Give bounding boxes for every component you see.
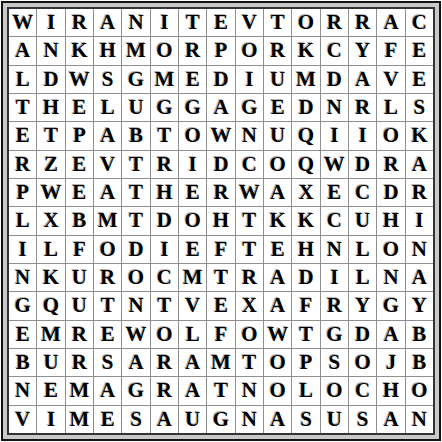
cell-r13c8[interactable]: M — [207, 349, 234, 376]
cell-r12c9[interactable]: O — [236, 321, 263, 348]
cell-r2c13[interactable]: Y — [349, 37, 376, 64]
cell-r5c8[interactable]: W — [207, 122, 234, 149]
cell-r9c11[interactable]: H — [292, 236, 319, 263]
cell-r1c6[interactable]: I — [151, 9, 178, 36]
cell-r10c5[interactable]: O — [122, 264, 149, 291]
cell-r7c1[interactable]: P — [9, 179, 36, 206]
cell-r3c11[interactable]: M — [292, 66, 319, 93]
cell-r4c8[interactable]: A — [207, 94, 234, 121]
cell-r7c2[interactable]: W — [37, 179, 64, 206]
cell-r11c12[interactable]: R — [321, 292, 348, 319]
cell-r10c9[interactable]: R — [236, 264, 263, 291]
cell-r9c15[interactable]: N — [406, 236, 433, 263]
cell-r6c10[interactable]: O — [264, 151, 291, 178]
cell-r10c7[interactable]: M — [179, 264, 206, 291]
cell-r7c7[interactable]: E — [179, 179, 206, 206]
cell-r2c12[interactable]: C — [321, 37, 348, 64]
cell-r6c15[interactable]: A — [406, 151, 433, 178]
cell-r6c11[interactable]: Q — [292, 151, 319, 178]
cell-r3c10[interactable]: U — [264, 66, 291, 93]
cell-r4c9[interactable]: G — [236, 94, 263, 121]
cell-r7c11[interactable]: X — [292, 179, 319, 206]
cell-r8c10[interactable]: K — [264, 207, 291, 234]
cell-r6c4[interactable]: V — [94, 151, 121, 178]
cell-r14c8[interactable]: T — [207, 377, 234, 404]
cell-r11c1[interactable]: G — [9, 292, 36, 319]
cell-r11c3[interactable]: U — [66, 292, 93, 319]
cell-r9c4[interactable]: O — [94, 236, 121, 263]
cell-r3c1[interactable]: L — [9, 66, 36, 93]
cell-r4c4[interactable]: L — [94, 94, 121, 121]
cell-r6c12[interactable]: W — [321, 151, 348, 178]
cell-r12c12[interactable]: G — [321, 321, 348, 348]
cell-r10c10[interactable]: A — [264, 264, 291, 291]
cell-r11c11[interactable]: F — [292, 292, 319, 319]
cell-r8c13[interactable]: U — [349, 207, 376, 234]
cell-r10c11[interactable]: D — [292, 264, 319, 291]
cell-r3c9[interactable]: I — [236, 66, 263, 93]
cell-r6c3[interactable]: E — [66, 151, 93, 178]
cell-r12c5[interactable]: W — [122, 321, 149, 348]
cell-r13c15[interactable]: B — [406, 349, 433, 376]
cell-r3c4[interactable]: S — [94, 66, 121, 93]
cell-r11c4[interactable]: T — [94, 292, 121, 319]
cell-r9c14[interactable]: O — [377, 236, 404, 263]
cell-r8c2[interactable]: X — [37, 207, 64, 234]
cell-r12c10[interactable]: W — [264, 321, 291, 348]
cell-r3c13[interactable]: A — [349, 66, 376, 93]
cell-r8c14[interactable]: H — [377, 207, 404, 234]
cell-r11c5[interactable]: N — [122, 292, 149, 319]
cell-r13c14[interactable]: J — [377, 349, 404, 376]
cell-r3c7[interactable]: E — [179, 66, 206, 93]
cell-r5c12[interactable]: I — [321, 122, 348, 149]
cell-r8c7[interactable]: O — [179, 207, 206, 234]
cell-r1c1[interactable]: W — [9, 9, 36, 36]
cell-r11c8[interactable]: E — [207, 292, 234, 319]
cell-r6c8[interactable]: D — [207, 151, 234, 178]
cell-r1c14[interactable]: A — [377, 9, 404, 36]
cell-r10c4[interactable]: R — [94, 264, 121, 291]
cell-r15c10[interactable]: A — [264, 406, 291, 433]
cell-r15c6[interactable]: A — [151, 406, 178, 433]
cell-r14c13[interactable]: C — [349, 377, 376, 404]
cell-r13c4[interactable]: S — [94, 349, 121, 376]
cell-r1c7[interactable]: T — [179, 9, 206, 36]
cell-r4c15[interactable]: S — [406, 94, 433, 121]
cell-r4c3[interactable]: E — [66, 94, 93, 121]
cell-r14c6[interactable]: R — [151, 377, 178, 404]
cell-r14c15[interactable]: O — [406, 377, 433, 404]
cell-r13c11[interactable]: P — [292, 349, 319, 376]
cell-r9c6[interactable]: I — [151, 236, 178, 263]
cell-r1c15[interactable]: C — [406, 9, 433, 36]
cell-r1c9[interactable]: V — [236, 9, 263, 36]
cell-r12c2[interactable]: M — [37, 321, 64, 348]
cell-r10c8[interactable]: T — [207, 264, 234, 291]
cell-r15c12[interactable]: U — [321, 406, 348, 433]
cell-r14c7[interactable]: A — [179, 377, 206, 404]
cell-r8c12[interactable]: C — [321, 207, 348, 234]
cell-r8c4[interactable]: M — [94, 207, 121, 234]
cell-r2c6[interactable]: O — [151, 37, 178, 64]
cell-r11c9[interactable]: X — [236, 292, 263, 319]
cell-r13c5[interactable]: A — [122, 349, 149, 376]
cell-r9c10[interactable]: E — [264, 236, 291, 263]
cell-r15c4[interactable]: E — [94, 406, 121, 433]
cell-r5c4[interactable]: A — [94, 122, 121, 149]
cell-r6c9[interactable]: C — [236, 151, 263, 178]
cell-r6c14[interactable]: R — [377, 151, 404, 178]
cell-r3c6[interactable]: M — [151, 66, 178, 93]
cell-r9c12[interactable]: N — [321, 236, 348, 263]
cell-r7c15[interactable]: R — [406, 179, 433, 206]
cell-r7c3[interactable]: E — [66, 179, 93, 206]
cell-r13c3[interactable]: R — [66, 349, 93, 376]
cell-r5c10[interactable]: U — [264, 122, 291, 149]
cell-r12c13[interactable]: D — [349, 321, 376, 348]
cell-r9c3[interactable]: F — [66, 236, 93, 263]
cell-r8c5[interactable]: T — [122, 207, 149, 234]
cell-r10c6[interactable]: C — [151, 264, 178, 291]
cell-r5c13[interactable]: I — [349, 122, 376, 149]
cell-r15c8[interactable]: G — [207, 406, 234, 433]
cell-r13c6[interactable]: R — [151, 349, 178, 376]
cell-r1c8[interactable]: E — [207, 9, 234, 36]
cell-r14c1[interactable]: N — [9, 377, 36, 404]
cell-r2c3[interactable]: K — [66, 37, 93, 64]
cell-r2c7[interactable]: R — [179, 37, 206, 64]
cell-r14c11[interactable]: L — [292, 377, 319, 404]
cell-r8c8[interactable]: H — [207, 207, 234, 234]
cell-r2c2[interactable]: N — [37, 37, 64, 64]
cell-r10c14[interactable]: N — [377, 264, 404, 291]
cell-r3c12[interactable]: D — [321, 66, 348, 93]
cell-r2c14[interactable]: F — [377, 37, 404, 64]
cell-r12c15[interactable]: B — [406, 321, 433, 348]
cell-r5c3[interactable]: P — [66, 122, 93, 149]
cell-r1c4[interactable]: A — [94, 9, 121, 36]
cell-r14c4[interactable]: A — [94, 377, 121, 404]
cell-r13c7[interactable]: A — [179, 349, 206, 376]
cell-r5c11[interactable]: Q — [292, 122, 319, 149]
cell-r5c9[interactable]: N — [236, 122, 263, 149]
cell-r7c9[interactable]: W — [236, 179, 263, 206]
cell-r8c3[interactable]: B — [66, 207, 93, 234]
cell-r3c5[interactable]: G — [122, 66, 149, 93]
cell-r13c10[interactable]: O — [264, 349, 291, 376]
cell-r5c5[interactable]: B — [122, 122, 149, 149]
cell-r15c3[interactable]: M — [66, 406, 93, 433]
cell-r9c7[interactable]: E — [179, 236, 206, 263]
cell-r12c6[interactable]: O — [151, 321, 178, 348]
cell-r12c4[interactable]: E — [94, 321, 121, 348]
cell-r5c6[interactable]: T — [151, 122, 178, 149]
cell-r4c10[interactable]: E — [264, 94, 291, 121]
cell-r3c15[interactable]: E — [406, 66, 433, 93]
cell-r6c13[interactable]: D — [349, 151, 376, 178]
cell-r13c9[interactable]: T — [236, 349, 263, 376]
cell-r15c11[interactable]: S — [292, 406, 319, 433]
cell-r10c12[interactable]: I — [321, 264, 348, 291]
cell-r9c2[interactable]: L — [37, 236, 64, 263]
cell-r10c3[interactable]: U — [66, 264, 93, 291]
cell-r12c1[interactable]: E — [9, 321, 36, 348]
cell-r15c5[interactable]: S — [122, 406, 149, 433]
cell-r13c12[interactable]: S — [321, 349, 348, 376]
cell-r14c3[interactable]: M — [66, 377, 93, 404]
cell-r1c10[interactable]: T — [264, 9, 291, 36]
cell-r11c6[interactable]: T — [151, 292, 178, 319]
cell-r4c7[interactable]: G — [179, 94, 206, 121]
cell-r14c2[interactable]: E — [37, 377, 64, 404]
cell-r3c8[interactable]: D — [207, 66, 234, 93]
cell-r4c11[interactable]: D — [292, 94, 319, 121]
word-search-board: WIRANITEVTORRACANKHMORPORKCYFELDWSGMEDIU… — [0, 0, 442, 442]
cell-r2c5[interactable]: M — [122, 37, 149, 64]
cell-r6c6[interactable]: R — [151, 151, 178, 178]
board-frame: WIRANITEVTORRACANKHMORPORKCYFELDWSGMEDIU… — [1, 1, 441, 441]
cell-r11c7[interactable]: V — [179, 292, 206, 319]
cell-r12c14[interactable]: A — [377, 321, 404, 348]
cell-r1c13[interactable]: R — [349, 9, 376, 36]
cell-r7c10[interactable]: A — [264, 179, 291, 206]
cell-r15c7[interactable]: U — [179, 406, 206, 433]
cell-r2c10[interactable]: R — [264, 37, 291, 64]
cell-r11c15[interactable]: Y — [406, 292, 433, 319]
cell-r7c12[interactable]: E — [321, 179, 348, 206]
word-search-grid: WIRANITEVTORRACANKHMORPORKCYFELDWSGMEDIU… — [7, 7, 435, 435]
cell-r4c14[interactable]: L — [377, 94, 404, 121]
cell-r4c13[interactable]: R — [349, 94, 376, 121]
cell-r6c2[interactable]: Z — [37, 151, 64, 178]
cell-r11c13[interactable]: Y — [349, 292, 376, 319]
cell-r2c1[interactable]: A — [9, 37, 36, 64]
cell-r1c12[interactable]: R — [321, 9, 348, 36]
cell-r14c12[interactable]: O — [321, 377, 348, 404]
cell-r15c2[interactable]: I — [37, 406, 64, 433]
cell-r13c1[interactable]: B — [9, 349, 36, 376]
cell-r12c8[interactable]: F — [207, 321, 234, 348]
cell-r7c6[interactable]: H — [151, 179, 178, 206]
cell-r12c3[interactable]: R — [66, 321, 93, 348]
cell-r7c14[interactable]: D — [377, 179, 404, 206]
cell-r4c12[interactable]: N — [321, 94, 348, 121]
cell-r2c15[interactable]: E — [406, 37, 433, 64]
cell-r12c11[interactable]: T — [292, 321, 319, 348]
cell-r2c4[interactable]: H — [94, 37, 121, 64]
cell-r8c9[interactable]: T — [236, 207, 263, 234]
cell-r10c2[interactable]: K — [37, 264, 64, 291]
cell-r13c2[interactable]: U — [37, 349, 64, 376]
cell-r8c15[interactable]: I — [406, 207, 433, 234]
cell-r15c14[interactable]: A — [377, 406, 404, 433]
cell-r6c7[interactable]: I — [179, 151, 206, 178]
cell-r4c5[interactable]: U — [122, 94, 149, 121]
cell-r9c5[interactable]: D — [122, 236, 149, 263]
cell-r9c1[interactable]: I — [9, 236, 36, 263]
cell-r8c1[interactable]: L — [9, 207, 36, 234]
cell-r5c7[interactable]: O — [179, 122, 206, 149]
cell-r14c9[interactable]: N — [236, 377, 263, 404]
cell-r14c5[interactable]: G — [122, 377, 149, 404]
cell-r15c1[interactable]: V — [9, 406, 36, 433]
cell-r10c1[interactable]: N — [9, 264, 36, 291]
cell-r12c7[interactable]: L — [179, 321, 206, 348]
cell-r8c6[interactable]: D — [151, 207, 178, 234]
cell-r15c13[interactable]: S — [349, 406, 376, 433]
cell-r5c14[interactable]: O — [377, 122, 404, 149]
cell-r11c10[interactable]: A — [264, 292, 291, 319]
cell-r10c13[interactable]: L — [349, 264, 376, 291]
cell-r15c15[interactable]: N — [406, 406, 433, 433]
cell-r11c2[interactable]: Q — [37, 292, 64, 319]
cell-r3c3[interactable]: W — [66, 66, 93, 93]
cell-r15c9[interactable]: N — [236, 406, 263, 433]
cell-r3c14[interactable]: V — [377, 66, 404, 93]
cell-r1c5[interactable]: N — [122, 9, 149, 36]
cell-r4c6[interactable]: G — [151, 94, 178, 121]
cell-r14c14[interactable]: H — [377, 377, 404, 404]
cell-r6c5[interactable]: T — [122, 151, 149, 178]
cell-r7c8[interactable]: R — [207, 179, 234, 206]
cell-r9c8[interactable]: F — [207, 236, 234, 263]
cell-r7c13[interactable]: C — [349, 179, 376, 206]
cell-r11c14[interactable]: G — [377, 292, 404, 319]
cell-r4c1[interactable]: T — [9, 94, 36, 121]
cell-r1c2[interactable]: I — [37, 9, 64, 36]
cell-r1c3[interactable]: R — [66, 9, 93, 36]
cell-r10c15[interactable]: A — [406, 264, 433, 291]
cell-r1c11[interactable]: O — [292, 9, 319, 36]
cell-r2c11[interactable]: K — [292, 37, 319, 64]
cell-r5c15[interactable]: K — [406, 122, 433, 149]
cell-r7c5[interactable]: T — [122, 179, 149, 206]
cell-r14c10[interactable]: O — [264, 377, 291, 404]
cell-r8c11[interactable]: K — [292, 207, 319, 234]
cell-r6c1[interactable]: R — [9, 151, 36, 178]
cell-r9c13[interactable]: L — [349, 236, 376, 263]
cell-r3c2[interactable]: D — [37, 66, 64, 93]
cell-r2c9[interactable]: O — [236, 37, 263, 64]
cell-r2c8[interactable]: P — [207, 37, 234, 64]
cell-r5c1[interactable]: E — [9, 122, 36, 149]
cell-r5c2[interactable]: T — [37, 122, 64, 149]
cell-r4c2[interactable]: H — [37, 94, 64, 121]
cell-r7c4[interactable]: A — [94, 179, 121, 206]
cell-r9c9[interactable]: T — [236, 236, 263, 263]
cell-r13c13[interactable]: O — [349, 349, 376, 376]
